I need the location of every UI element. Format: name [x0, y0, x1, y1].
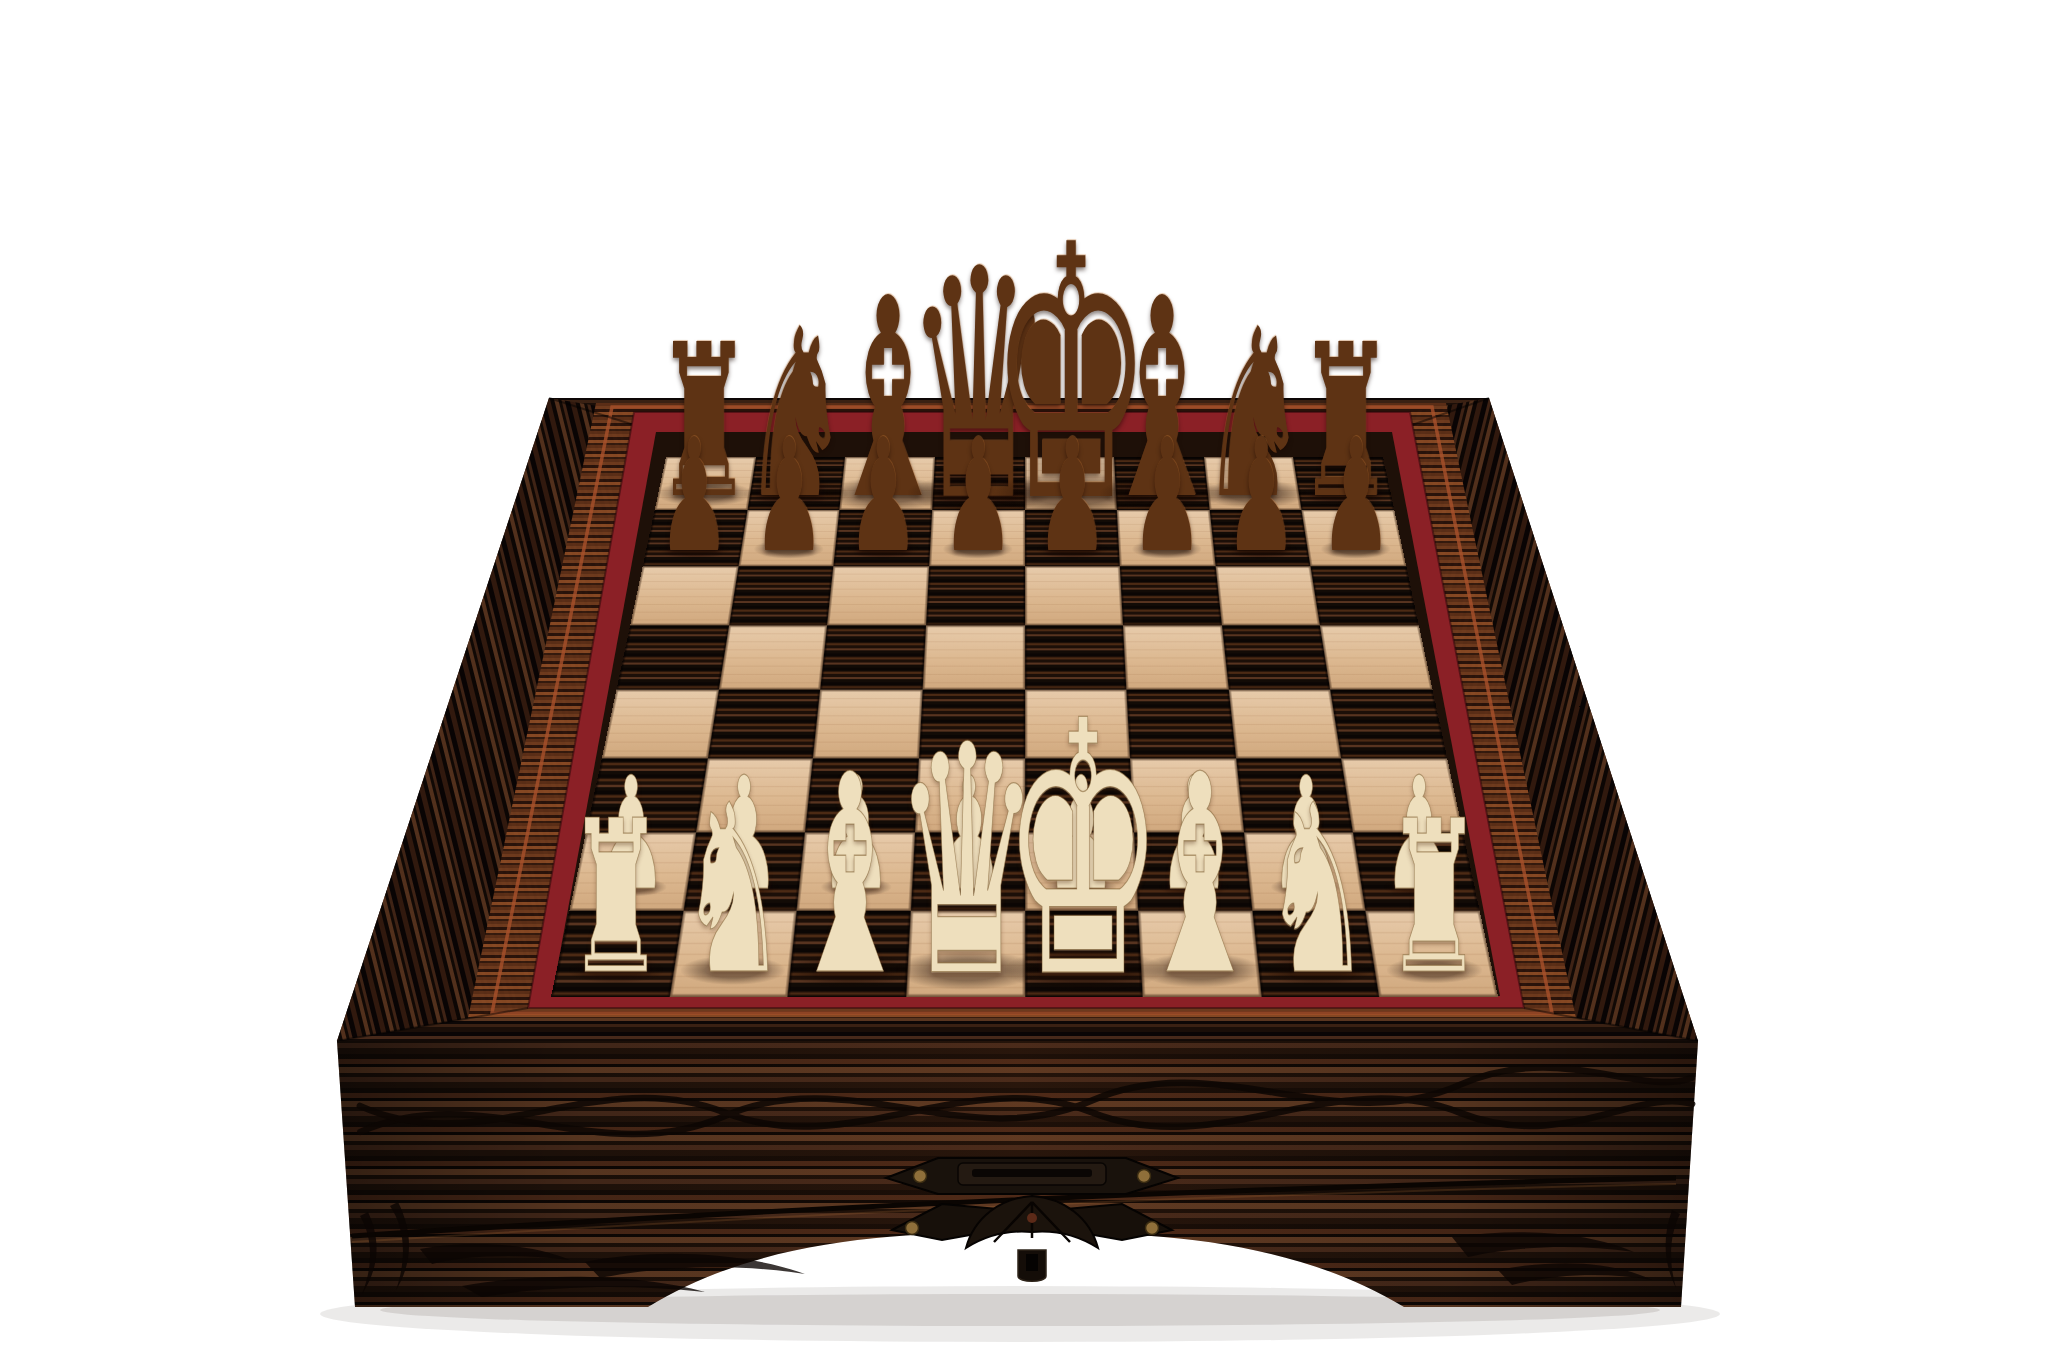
pawn-glyph: ♟	[658, 418, 731, 574]
square-g5[interactable]	[1222, 626, 1331, 690]
bishop-glyph: ♝	[1136, 739, 1264, 1014]
chess-box-photo: ♜♞♝♛♚♝♞♜♟♟♟♟♟♟♟♟♟♟♟♟♟♟♟♟♜♞♝♛♚♝♞♜	[0, 0, 2048, 1366]
knight-glyph: ♞	[678, 775, 787, 1008]
square-h5[interactable]	[1320, 626, 1432, 690]
clasp-pin	[1138, 1170, 1151, 1183]
box-front	[337, 1041, 1698, 1307]
pawn-glyph: ♟	[752, 418, 825, 574]
pawn-glyph: ♟	[1036, 418, 1109, 574]
pawn-glyph: ♟	[1225, 418, 1298, 574]
clasp-pin	[906, 1222, 919, 1235]
square-a5[interactable]	[616, 626, 728, 690]
pawn-glyph: ♟	[847, 418, 920, 574]
square-b5[interactable]	[718, 626, 827, 690]
pawn-glyph: ♟	[1130, 418, 1203, 574]
pawn-glyph: ♟	[941, 418, 1014, 574]
clasp	[886, 1158, 1178, 1281]
knight-glyph: ♞	[1263, 775, 1372, 1008]
rook-glyph: ♜	[1385, 793, 1483, 1004]
rook-glyph: ♜	[566, 793, 664, 1004]
clasp-pin	[914, 1170, 927, 1183]
pawn-glyph: ♟	[1319, 418, 1392, 574]
clasp-pin	[1146, 1222, 1159, 1235]
